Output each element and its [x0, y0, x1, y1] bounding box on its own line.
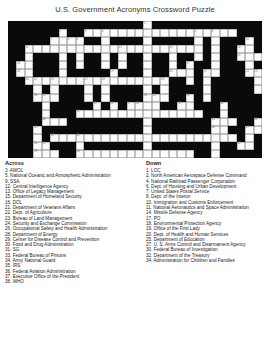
cell-number: 21: [203, 69, 206, 73]
cell-number: 27: [85, 77, 88, 81]
grid-cell-black: [25, 150, 33, 158]
grid-cell-black: [16, 102, 24, 110]
grid-cell-black: [118, 69, 126, 77]
grid-cell-black: [127, 85, 135, 93]
cell-number: 26: [51, 77, 54, 81]
grid-cell-black: [118, 85, 126, 93]
grid-cell-black: [93, 85, 101, 93]
grid-cell-white: [160, 150, 168, 158]
grid-cell-white: [127, 134, 135, 142]
grid-cell-white: 5: [194, 29, 202, 37]
grid-cell-black: [93, 142, 101, 150]
grid-cell-white: [143, 110, 151, 118]
grid-cell-black: [8, 37, 16, 45]
cell-number: 3: [85, 29, 87, 33]
grid-cell-white: 45: [33, 126, 41, 134]
grid-cell-black: [177, 61, 185, 69]
grid-cell-black: [16, 126, 24, 134]
grid-cell-black: [25, 85, 33, 93]
grid-cell-white: [254, 53, 262, 61]
grid-cell-black: [254, 94, 262, 102]
clue-number: 3.: [5, 168, 10, 173]
clue-number: 24.: [5, 221, 13, 226]
grid-cell-black: [169, 94, 177, 102]
clue-number: 17.: [146, 216, 154, 221]
grid-cell-black: [25, 110, 33, 118]
grid-cell-white: [203, 134, 211, 142]
grid-cell-white: [101, 61, 109, 69]
grid-cell-white: [101, 45, 109, 53]
grid-cell-white: 3: [84, 29, 92, 37]
grid-cell-white: [143, 77, 151, 85]
grid-cell-white: [118, 53, 126, 61]
down-header: Down: [146, 160, 268, 166]
grid-cell-black: [237, 102, 245, 110]
cell-number: 36: [110, 101, 113, 105]
cell-number: 18: [17, 69, 20, 73]
grid-cell-black: [237, 110, 245, 118]
clue-number: 36.: [5, 269, 13, 274]
grid-cell-black: [203, 102, 211, 110]
grid-cell-white: 39: [177, 102, 185, 110]
clue-number: 19.: [146, 226, 154, 231]
grid-cell-black: [194, 118, 202, 126]
grid-cell-black: [237, 150, 245, 158]
cell-number: 5: [195, 29, 197, 33]
grid-cell-black: [42, 37, 50, 45]
grid-cell-black: [127, 37, 135, 45]
grid-cell-black: [169, 126, 177, 134]
grid-cell-black: [8, 77, 16, 85]
grid-cell-black: [135, 61, 143, 69]
grid-cell-black: [194, 142, 202, 150]
grid-cell-black: [42, 29, 50, 37]
grid-cell-white: [143, 61, 151, 69]
grid-cell-white: [118, 61, 126, 69]
grid-cell-black: [254, 150, 262, 158]
clue-number: 5.: [5, 173, 10, 178]
grid-cell-black: [16, 21, 24, 29]
grid-cell-black: [33, 102, 41, 110]
grid-cell-black: [93, 21, 101, 29]
grid-cell-white: [177, 45, 185, 53]
grid-cell-black: [203, 21, 211, 29]
grid-cell-black: [76, 85, 84, 93]
clue-number: 9.: [5, 179, 10, 184]
grid-cell-white: [118, 134, 126, 142]
grid-cell-black: [8, 69, 16, 77]
grid-cell-black: [228, 37, 236, 45]
grid-cell-white: [194, 53, 202, 61]
grid-cell-black: [50, 61, 58, 69]
grid-cell-black: [33, 37, 41, 45]
clue-number: 1.: [146, 168, 151, 173]
grid-cell-white: [127, 150, 135, 158]
grid-cell-white: [135, 45, 143, 53]
grid-cell-black: [211, 102, 219, 110]
grid-cell-black: [237, 118, 245, 126]
cell-number: 32: [144, 93, 147, 97]
clue-number: 16.: [5, 200, 13, 205]
grid-cell-black: [16, 77, 24, 85]
grid-cell-black: [59, 126, 67, 134]
grid-cell-white: [245, 53, 253, 61]
grid-cell-white: [160, 110, 168, 118]
grid-cell-white: [254, 85, 262, 93]
grid-cell-black: [16, 118, 24, 126]
grid-cell-black: [84, 37, 92, 45]
grid-cell-black: [25, 21, 33, 29]
grid-cell-black: [25, 94, 33, 102]
cell-number: 46: [212, 125, 215, 129]
grid-cell-black: [135, 126, 143, 134]
grid-cell-white: [50, 94, 58, 102]
across-header: Across: [5, 160, 143, 166]
grid-cell-black: [220, 61, 228, 69]
grid-cell-white: [50, 118, 58, 126]
grid-cell-black: [203, 110, 211, 118]
grid-cell-black: [33, 61, 41, 69]
grid-cell-black: [254, 45, 262, 53]
clue-number: 30.: [146, 247, 154, 252]
grid-cell-white: 1: [143, 21, 151, 29]
grid-cell-black: [101, 102, 109, 110]
grid-cell-white: [152, 110, 160, 118]
grid-cell-black: [177, 126, 185, 134]
grid-cell-white: [203, 85, 211, 93]
grid-cell-black: [203, 53, 211, 61]
grid-cell-white: [169, 53, 177, 61]
grid-cell-black: [152, 118, 160, 126]
grid-cell-white: [93, 134, 101, 142]
cell-number: 28: [102, 77, 105, 81]
grid-cell-white: [169, 110, 177, 118]
grid-cell-white: [135, 134, 143, 142]
grid-cell-white: [93, 110, 101, 118]
grid-cell-black: [135, 21, 143, 29]
grid-cell-black: [127, 69, 135, 77]
grid-cell-black: [8, 29, 16, 37]
grid-cell-white: [76, 45, 84, 53]
grid-cell-black: [228, 126, 236, 134]
grid-cell-black: [118, 126, 126, 134]
grid-cell-white: [84, 85, 92, 93]
grid-cell-black: [84, 53, 92, 61]
grid-cell-white: [143, 53, 151, 61]
grid-cell-white: [152, 45, 160, 53]
cell-number: 30: [34, 93, 37, 97]
down-clues-list: 1. LOC2. North American Aerospace Defens…: [146, 168, 268, 263]
grid-cell-black: [67, 102, 75, 110]
grid-cell-black: [211, 94, 219, 102]
grid-cell-black: [152, 21, 160, 29]
grid-cell-white: [143, 102, 151, 110]
cell-number: 42: [42, 117, 45, 121]
grid-cell-white: [211, 37, 219, 45]
clue-number: 26.: [5, 226, 13, 231]
grid-cell-white: [169, 150, 177, 158]
grid-cell-black: [118, 21, 126, 29]
grid-cell-white: [228, 118, 236, 126]
grid-cell-black: [118, 102, 126, 110]
grid-cell-black: [220, 45, 228, 53]
grid-cell-black: [93, 118, 101, 126]
grid-cell-black: [110, 126, 118, 134]
grid-cell-black: [203, 37, 211, 45]
grid-cell-white: [152, 102, 160, 110]
clue-number: 34.: [5, 258, 12, 263]
grid-cell-white: [211, 69, 219, 77]
grid-cell-black: [50, 21, 58, 29]
grid-cell-black: [127, 118, 135, 126]
grid-cell-white: [25, 61, 33, 69]
grid-cell-black: [8, 21, 16, 29]
grid-cell-white: 29: [160, 77, 168, 85]
grid-cell-white: [160, 29, 168, 37]
grid-cell-black: [135, 142, 143, 150]
grid-cell-black: [160, 102, 168, 110]
cell-number: 7: [51, 37, 53, 41]
grid-cell-white: 54: [76, 150, 84, 158]
grid-cell-white: [59, 45, 67, 53]
grid-cell-black: [160, 61, 168, 69]
grid-cell-black: [228, 102, 236, 110]
grid-cell-black: [152, 53, 160, 61]
grid-cell-white: [101, 37, 109, 45]
grid-cell-white: 15: [237, 53, 245, 61]
cell-number: 38: [135, 101, 138, 105]
across-clues-section: Across 3. AWOL5. National Oceanic and At…: [5, 160, 143, 285]
grid-cell-black: [186, 126, 194, 134]
grid-cell-white: [101, 150, 109, 158]
grid-cell-black: [160, 126, 168, 134]
grid-cell-white: [76, 61, 84, 69]
grid-cell-black: [169, 142, 177, 150]
grid-cell-black: [8, 102, 16, 110]
clue-number: 8.: [146, 194, 151, 199]
grid-cell-white: [42, 150, 50, 158]
grid-cell-white: [186, 45, 194, 53]
grid-cell-black: [135, 118, 143, 126]
grid-cell-black: [228, 142, 236, 150]
grid-cell-black: [76, 94, 84, 102]
grid-cell-white: [101, 94, 109, 102]
grid-cell-white: 22: [245, 69, 253, 77]
grid-cell-white: [177, 29, 185, 37]
grid-cell-black: [110, 53, 118, 61]
grid-cell-black: [152, 69, 160, 77]
grid-cell-black: [220, 150, 228, 158]
grid-cell-white: [67, 77, 75, 85]
grid-cell-black: [118, 118, 126, 126]
grid-cell-white: [42, 102, 50, 110]
cell-number: 23: [254, 69, 257, 73]
grid-cell-black: [67, 126, 75, 134]
grid-cell-black: [177, 37, 185, 45]
clue-number: 32.: [146, 253, 154, 258]
grid-cell-white: [220, 110, 228, 118]
grid-cell-black: [101, 126, 109, 134]
grid-cell-white: [186, 77, 194, 85]
cell-number: 35: [93, 101, 96, 105]
grid-cell-white: [245, 134, 253, 142]
grid-cell-black: [8, 61, 16, 69]
cell-number: 8: [68, 37, 70, 41]
grid-cell-black: [169, 21, 177, 29]
grid-cell-white: 12: [118, 45, 126, 53]
grid-cell-black: [8, 85, 16, 93]
cell-number: 54: [76, 149, 79, 153]
grid-cell-white: 9: [76, 37, 84, 45]
grid-cell-black: [8, 126, 16, 134]
grid-cell-black: [160, 21, 168, 29]
grid-cell-white: [135, 29, 143, 37]
cell-number: 41: [76, 109, 79, 113]
clue-number: 23.: [5, 216, 13, 221]
cell-number: 40: [220, 101, 223, 105]
grid-cell-white: [127, 29, 135, 37]
grid-cell-white: [194, 110, 202, 118]
grid-cell-black: [127, 21, 135, 29]
grid-cell-black: [237, 61, 245, 69]
grid-cell-white: [59, 69, 67, 77]
grid-cell-white: 34: [186, 94, 194, 102]
grid-cell-black: [25, 102, 33, 110]
grid-cell-white: [152, 134, 160, 142]
grid-cell-black: [50, 110, 58, 118]
cell-number: 44: [254, 117, 257, 121]
clue-number: 15.: [5, 194, 13, 199]
grid-cell-white: 8: [67, 37, 75, 45]
cell-number: 9: [76, 37, 78, 41]
grid-cell-black: [186, 142, 194, 150]
clue-number: 14.: [146, 210, 154, 215]
grid-cell-black: [8, 94, 16, 102]
grid-cell-white: [245, 45, 253, 53]
grid-cell-black: [237, 126, 245, 134]
cell-number: 51: [42, 141, 45, 145]
grid-cell-black: [25, 142, 33, 150]
grid-cell-white: [211, 150, 219, 158]
grid-cell-white: 40: [220, 102, 228, 110]
grid-cell-white: 37: [127, 102, 135, 110]
grid-cell-black: [16, 150, 24, 158]
grid-cell-white: [143, 150, 151, 158]
grid-cell-black: [245, 102, 253, 110]
grid-cell-white: [59, 53, 67, 61]
grid-cell-white: 41: [76, 110, 84, 118]
grid-cell-white: 20: [169, 69, 177, 77]
grid-cell-white: [220, 118, 228, 126]
grid-cell-black: [254, 142, 262, 150]
grid-cell-white: [42, 77, 50, 85]
cell-number: 22: [246, 69, 249, 73]
grid-cell-white: [143, 29, 151, 37]
grid-cell-white: 27: [84, 77, 92, 85]
grid-cell-black: [245, 110, 253, 118]
clue-number: 38.: [5, 279, 13, 284]
grid-cell-black: [25, 29, 33, 37]
grid-cell-white: 44: [254, 118, 262, 126]
grid-cell-white: [59, 37, 67, 45]
cell-number: 53: [34, 149, 37, 153]
grid-cell-white: [160, 45, 168, 53]
grid-cell-white: 47: [245, 126, 253, 134]
grid-cell-white: [101, 85, 109, 93]
grid-cell-white: [203, 94, 211, 102]
grid-cell-black: [42, 61, 50, 69]
grid-cell-white: [33, 45, 41, 53]
cell-number: 31: [42, 93, 45, 97]
grid-cell-black: [8, 134, 16, 142]
clue-number: 12.: [5, 184, 13, 189]
clue-number: 18.: [146, 221, 154, 226]
grid-cell-black: [8, 110, 16, 118]
grid-cell-white: [220, 134, 228, 142]
clue-number: 30.: [5, 242, 13, 247]
grid-cell-white: 28: [101, 77, 109, 85]
grid-cell-white: 2: [59, 29, 67, 37]
grid-cell-black: [228, 77, 236, 85]
grid-cell-black: [237, 94, 245, 102]
grid-cell-black: [59, 110, 67, 118]
grid-cell-black: [135, 85, 143, 93]
grid-cell-black: [67, 85, 75, 93]
grid-cell-black: [59, 85, 67, 93]
grid-cell-black: [203, 126, 211, 134]
grid-cell-white: [93, 45, 101, 53]
grid-cell-white: [152, 29, 160, 37]
clue-number: 31.: [5, 247, 13, 252]
grid-cell-black: [169, 102, 177, 110]
grid-cell-black: [177, 53, 185, 61]
grid-cell-white: [118, 110, 126, 118]
grid-cell-white: 32: [143, 94, 151, 102]
grid-cell-black: [228, 150, 236, 158]
grid-cell-white: [169, 29, 177, 37]
grid-cell-black: [59, 94, 67, 102]
grid-cell-white: [25, 53, 33, 61]
grid-cell-black: [33, 21, 41, 29]
grid-cell-white: 42: [42, 118, 50, 126]
grid-cell-black: [42, 21, 50, 29]
grid-cell-white: [67, 45, 75, 53]
grid-cell-black: [194, 126, 202, 134]
grid-cell-white: [143, 142, 151, 150]
grid-cell-black: [245, 150, 253, 158]
clue-number: 7.: [146, 189, 151, 194]
grid-cell-white: [194, 37, 202, 45]
grid-cell-black: [67, 69, 75, 77]
grid-cell-black: [67, 150, 75, 158]
clue-number: 34.: [146, 258, 153, 263]
grid-cell-white: [118, 29, 126, 37]
grid-cell-white: 11: [25, 45, 33, 53]
grid-cell-black: [203, 118, 211, 126]
cell-number: 1: [144, 21, 146, 25]
grid-cell-black: [228, 94, 236, 102]
cell-number: 48: [51, 133, 54, 137]
grid-cell-white: [177, 150, 185, 158]
grid-cell-white: [254, 77, 262, 85]
grid-cell-black: [127, 126, 135, 134]
grid-cell-black: [93, 69, 101, 77]
grid-cell-white: 4: [101, 29, 109, 37]
grid-cell-black: [228, 85, 236, 93]
grid-cell-black: [16, 110, 24, 118]
grid-cell-white: 30: [33, 94, 41, 102]
grid-cell-black: [228, 69, 236, 77]
